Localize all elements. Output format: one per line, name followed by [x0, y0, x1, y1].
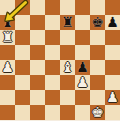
square-e5[interactable]	[60, 45, 75, 60]
square-a7[interactable]: ♝	[0, 15, 15, 30]
white-rook[interactable]: ♜	[1, 30, 14, 45]
square-g5[interactable]	[90, 45, 105, 60]
square-f3[interactable]: ♟	[75, 75, 90, 90]
square-c3[interactable]	[30, 75, 45, 90]
square-d6[interactable]	[45, 30, 60, 45]
square-d7[interactable]	[45, 15, 60, 30]
square-f4[interactable]: ♟	[75, 60, 90, 75]
square-e8[interactable]	[60, 0, 75, 15]
square-b5[interactable]	[15, 45, 30, 60]
square-c5[interactable]	[30, 45, 45, 60]
square-e2[interactable]	[60, 90, 75, 105]
square-d4[interactable]	[45, 60, 60, 75]
square-d5[interactable]	[45, 45, 60, 60]
square-f7[interactable]	[75, 15, 90, 30]
square-e6[interactable]	[60, 30, 75, 45]
white-pawn[interactable]: ♟	[76, 75, 89, 90]
square-h4[interactable]	[105, 60, 120, 75]
square-e4[interactable]: ♝	[60, 60, 75, 75]
square-d3[interactable]	[45, 75, 60, 90]
square-g8[interactable]	[90, 0, 105, 15]
square-c6[interactable]	[30, 30, 45, 45]
square-e1[interactable]	[60, 105, 75, 120]
square-c7[interactable]	[30, 15, 45, 30]
square-e3[interactable]	[60, 75, 75, 90]
square-g3[interactable]	[90, 75, 105, 90]
chess-board: ♝♜♚♟♜♟♝♟♟♟♚	[0, 0, 120, 120]
square-h1[interactable]	[105, 105, 120, 120]
square-c8[interactable]	[30, 0, 45, 15]
square-h3[interactable]	[105, 75, 120, 90]
square-a3[interactable]	[0, 75, 15, 90]
square-b1[interactable]	[15, 105, 30, 120]
square-b6[interactable]	[15, 30, 30, 45]
bottom-edge-strip	[0, 120, 120, 121]
square-d2[interactable]	[45, 90, 60, 105]
square-g4[interactable]	[90, 60, 105, 75]
square-f5[interactable]	[75, 45, 90, 60]
square-c4[interactable]	[30, 60, 45, 75]
square-f1[interactable]	[75, 105, 90, 120]
square-b7[interactable]	[15, 15, 30, 30]
black-rook[interactable]: ♜	[61, 15, 74, 30]
white-pawn[interactable]: ♟	[106, 90, 119, 105]
white-pawn[interactable]: ♟	[1, 60, 14, 75]
black-pawn[interactable]: ♟	[76, 60, 89, 75]
square-h6[interactable]	[105, 30, 120, 45]
square-f6[interactable]	[75, 30, 90, 45]
square-d8[interactable]	[45, 0, 60, 15]
square-a6[interactable]: ♜	[0, 30, 15, 45]
square-g2[interactable]	[90, 90, 105, 105]
square-d1[interactable]	[45, 105, 60, 120]
white-bishop[interactable]: ♝	[61, 60, 74, 75]
square-f2[interactable]	[75, 90, 90, 105]
square-g6[interactable]	[90, 30, 105, 45]
chess-diagram: ♝♜♚♟♜♟♝♟♟♟♚	[0, 0, 120, 121]
square-e7[interactable]: ♜	[60, 15, 75, 30]
square-c2[interactable]	[30, 90, 45, 105]
black-king[interactable]: ♚	[91, 15, 104, 30]
square-g7[interactable]: ♚	[90, 15, 105, 30]
square-b3[interactable]	[15, 75, 30, 90]
square-h2[interactable]: ♟	[105, 90, 120, 105]
square-a1[interactable]	[0, 105, 15, 120]
black-bishop[interactable]: ♝	[1, 15, 14, 30]
square-b8[interactable]	[15, 0, 30, 15]
black-pawn[interactable]: ♟	[106, 15, 119, 30]
square-h7[interactable]: ♟	[105, 15, 120, 30]
square-a5[interactable]	[0, 45, 15, 60]
square-a4[interactable]: ♟	[0, 60, 15, 75]
square-f8[interactable]	[75, 0, 90, 15]
square-b4[interactable]	[15, 60, 30, 75]
white-king[interactable]: ♚	[91, 105, 104, 120]
square-c1[interactable]	[30, 105, 45, 120]
square-h8[interactable]	[105, 0, 120, 15]
square-b2[interactable]	[15, 90, 30, 105]
square-a8[interactable]	[0, 0, 15, 15]
square-h5[interactable]	[105, 45, 120, 60]
square-g1[interactable]: ♚	[90, 105, 105, 120]
square-a2[interactable]	[0, 90, 15, 105]
